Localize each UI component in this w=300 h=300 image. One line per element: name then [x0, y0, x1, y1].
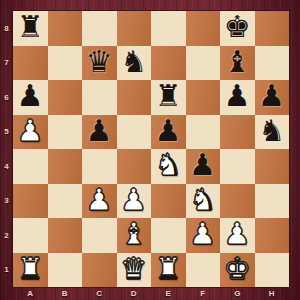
- file-labels: ABCDEFGH: [13, 287, 289, 300]
- black-knight-h5[interactable]: ♞: [258, 116, 285, 146]
- square-h3[interactable]: [255, 184, 290, 219]
- square-g3[interactable]: [220, 184, 255, 219]
- white-pawn-a5[interactable]: ♟: [17, 116, 44, 146]
- square-c3[interactable]: ♟: [82, 184, 117, 219]
- file-label-g: G: [220, 287, 255, 300]
- square-b8[interactable]: [48, 11, 83, 46]
- square-b5[interactable]: [48, 115, 83, 150]
- square-c2[interactable]: [82, 218, 117, 253]
- square-f8[interactable]: [186, 11, 221, 46]
- square-e8[interactable]: [151, 11, 186, 46]
- file-label-f: F: [186, 287, 221, 300]
- black-pawn-h6[interactable]: ♟: [258, 81, 285, 111]
- square-g1[interactable]: ♚: [220, 253, 255, 288]
- file-label-d: D: [117, 287, 152, 300]
- square-d3[interactable]: ♟: [117, 184, 152, 219]
- black-pawn-a6[interactable]: ♟: [17, 81, 44, 111]
- square-f1[interactable]: [186, 253, 221, 288]
- black-rook-e6[interactable]: ♜: [155, 81, 182, 111]
- square-g4[interactable]: [220, 149, 255, 184]
- rank-label-8: 8: [0, 11, 13, 46]
- square-g6[interactable]: ♟: [220, 80, 255, 115]
- square-a8[interactable]: ♜: [13, 11, 48, 46]
- square-d2[interactable]: ♝: [117, 218, 152, 253]
- square-d1[interactable]: ♛: [117, 253, 152, 288]
- square-b1[interactable]: [48, 253, 83, 288]
- square-a5[interactable]: ♟: [13, 115, 48, 150]
- black-king-g8[interactable]: ♚: [224, 12, 251, 42]
- square-e6[interactable]: ♜: [151, 80, 186, 115]
- square-e2[interactable]: [151, 218, 186, 253]
- square-b4[interactable]: [48, 149, 83, 184]
- square-a4[interactable]: [13, 149, 48, 184]
- square-c1[interactable]: [82, 253, 117, 288]
- square-e3[interactable]: [151, 184, 186, 219]
- square-f7[interactable]: [186, 46, 221, 81]
- square-h4[interactable]: [255, 149, 290, 184]
- square-g2[interactable]: ♟: [220, 218, 255, 253]
- square-a1[interactable]: ♜: [13, 253, 48, 288]
- black-pawn-e5[interactable]: ♟: [155, 116, 182, 146]
- square-c4[interactable]: [82, 149, 117, 184]
- square-e7[interactable]: [151, 46, 186, 81]
- file-label-c: C: [82, 287, 117, 300]
- square-e1[interactable]: ♜: [151, 253, 186, 288]
- square-h2[interactable]: [255, 218, 290, 253]
- white-pawn-f2[interactable]: ♟: [189, 219, 216, 249]
- square-f5[interactable]: [186, 115, 221, 150]
- black-pawn-f4[interactable]: ♟: [189, 150, 216, 180]
- file-label-a: A: [13, 287, 48, 300]
- white-knight-e4[interactable]: ♞: [155, 150, 182, 180]
- square-d4[interactable]: [117, 149, 152, 184]
- rank-label-6: 6: [0, 80, 13, 115]
- rank-labels: 87654321: [0, 11, 13, 287]
- white-bishop-d2[interactable]: ♝: [120, 219, 147, 249]
- rank-label-2: 2: [0, 218, 13, 253]
- square-a7[interactable]: [13, 46, 48, 81]
- square-a6[interactable]: ♟: [13, 80, 48, 115]
- black-knight-d7[interactable]: ♞: [120, 47, 147, 77]
- black-pawn-c5[interactable]: ♟: [86, 116, 113, 146]
- white-king-g1[interactable]: ♚: [224, 254, 251, 284]
- file-label-h: H: [255, 287, 290, 300]
- square-b6[interactable]: [48, 80, 83, 115]
- square-d6[interactable]: [117, 80, 152, 115]
- square-g8[interactable]: ♚: [220, 11, 255, 46]
- square-b2[interactable]: [48, 218, 83, 253]
- white-pawn-g2[interactable]: ♟: [224, 219, 251, 249]
- square-f3[interactable]: ♞: [186, 184, 221, 219]
- rank-label-7: 7: [0, 46, 13, 81]
- white-rook-e1[interactable]: ♜: [155, 254, 182, 284]
- square-c5[interactable]: ♟: [82, 115, 117, 150]
- square-f4[interactable]: ♟: [186, 149, 221, 184]
- square-g7[interactable]: ♝: [220, 46, 255, 81]
- black-queen-c7[interactable]: ♛: [86, 47, 113, 77]
- black-rook-a8[interactable]: ♜: [17, 12, 44, 42]
- file-label-e: E: [151, 287, 186, 300]
- square-h1[interactable]: [255, 253, 290, 288]
- square-h8[interactable]: [255, 11, 290, 46]
- square-a2[interactable]: [13, 218, 48, 253]
- square-d7[interactable]: ♞: [117, 46, 152, 81]
- square-c8[interactable]: [82, 11, 117, 46]
- square-e5[interactable]: ♟: [151, 115, 186, 150]
- rank-label-3: 3: [0, 184, 13, 219]
- white-queen-d1[interactable]: ♛: [120, 254, 147, 284]
- square-h6[interactable]: ♟: [255, 80, 290, 115]
- square-h5[interactable]: ♞: [255, 115, 290, 150]
- black-pawn-g6[interactable]: ♟: [224, 81, 251, 111]
- rank-label-5: 5: [0, 115, 13, 150]
- white-pawn-c3[interactable]: ♟: [86, 185, 113, 215]
- square-b3[interactable]: [48, 184, 83, 219]
- rank-label-4: 4: [0, 149, 13, 184]
- square-d8[interactable]: [117, 11, 152, 46]
- board-frame: 87654321 ABCDEFGH ♜♚♛♞♝♟♜♟♟♟♟♟♞♞♟♟♟♞♝♟♟♜…: [0, 0, 300, 300]
- square-f6[interactable]: [186, 80, 221, 115]
- square-h7[interactable]: [255, 46, 290, 81]
- rank-label-1: 1: [0, 253, 13, 288]
- square-g5[interactable]: [220, 115, 255, 150]
- square-b7[interactable]: [48, 46, 83, 81]
- white-knight-f3[interactable]: ♞: [189, 185, 216, 215]
- white-rook-a1[interactable]: ♜: [17, 254, 44, 284]
- square-a3[interactable]: [13, 184, 48, 219]
- white-pawn-d3[interactable]: ♟: [120, 185, 147, 215]
- chess-board: ♜♚♛♞♝♟♜♟♟♟♟♟♞♞♟♟♟♞♝♟♟♜♛♜♚: [13, 11, 289, 287]
- square-e4[interactable]: ♞: [151, 149, 186, 184]
- square-f2[interactable]: ♟: [186, 218, 221, 253]
- square-c6[interactable]: [82, 80, 117, 115]
- black-bishop-g7[interactable]: ♝: [224, 47, 251, 77]
- square-d5[interactable]: [117, 115, 152, 150]
- file-label-b: B: [48, 287, 83, 300]
- square-c7[interactable]: ♛: [82, 46, 117, 81]
